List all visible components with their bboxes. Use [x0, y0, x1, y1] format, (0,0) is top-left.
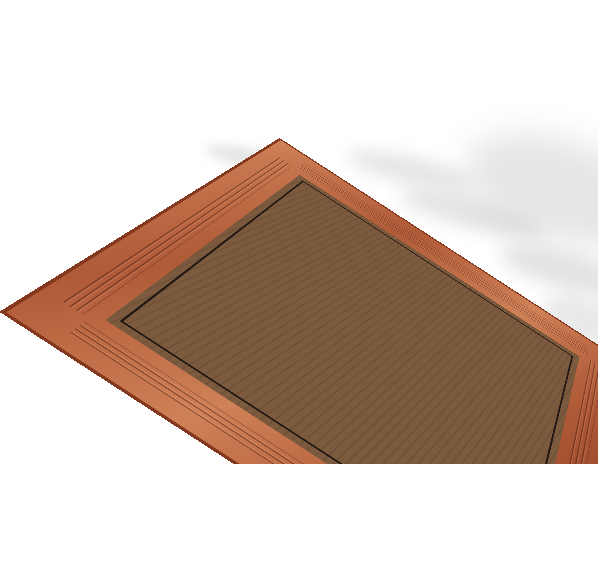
chess-set-product-photo: [0, 0, 598, 568]
white-crop-strip: [0, 464, 598, 568]
photo-area: [0, 0, 598, 464]
